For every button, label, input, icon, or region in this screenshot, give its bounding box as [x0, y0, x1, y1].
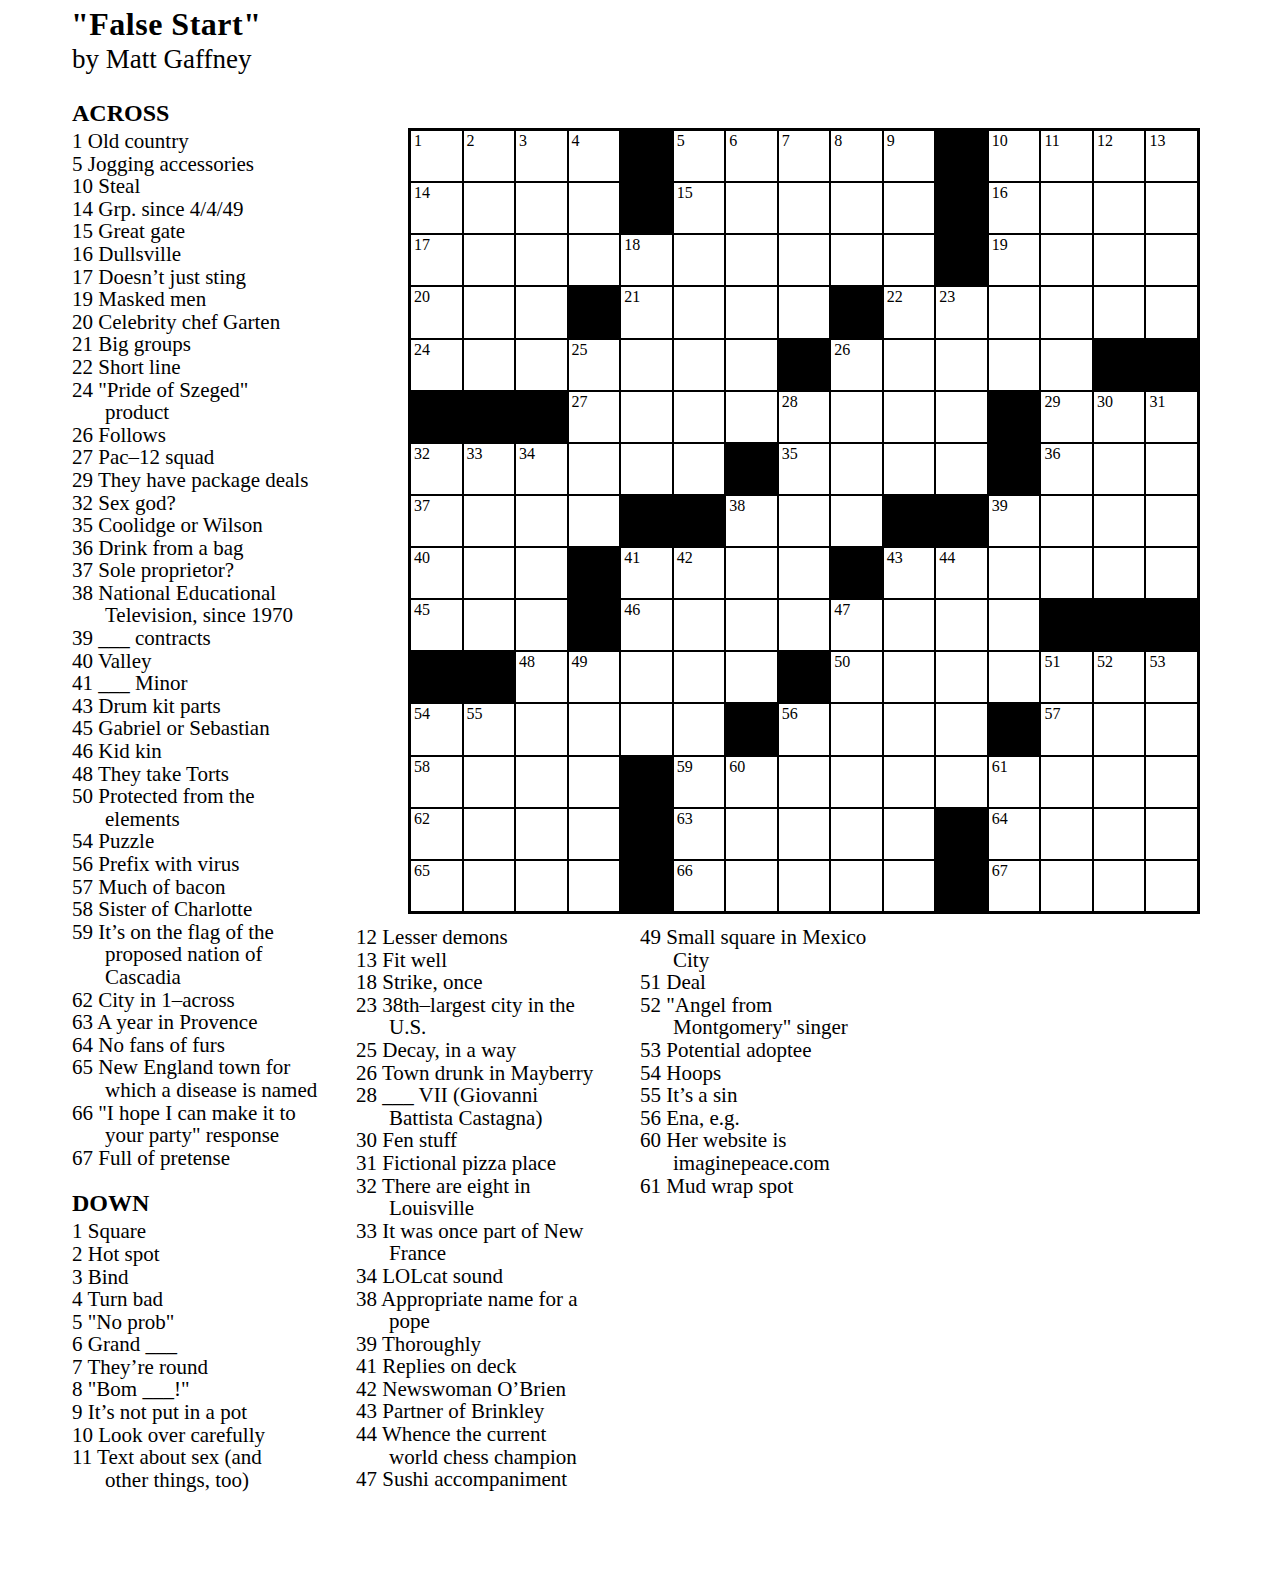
white-cell[interactable] — [884, 861, 935, 911]
white-cell[interactable] — [726, 287, 777, 337]
clue-text: Sister of Charlotte — [98, 897, 252, 921]
white-cell[interactable] — [884, 757, 935, 807]
white-cell[interactable]: 43 — [884, 548, 935, 598]
white-cell[interactable]: 29 — [1041, 392, 1092, 442]
black-cell — [569, 548, 620, 598]
white-cell[interactable]: 20 — [411, 287, 462, 337]
clue-number: 44 — [356, 1422, 377, 1446]
white-cell[interactable] — [936, 757, 987, 807]
white-cell[interactable] — [1146, 496, 1197, 546]
clue-number: 66 — [72, 1101, 93, 1125]
white-cell[interactable] — [674, 287, 725, 337]
clue-text: "Bom ___!" — [88, 1377, 190, 1401]
clue-number: 46 — [72, 739, 93, 763]
white-cell[interactable] — [936, 652, 987, 702]
white-cell[interactable] — [831, 392, 882, 442]
clue-text: Appropriate name for a pope — [381, 1287, 578, 1334]
white-cell[interactable]: 33 — [464, 444, 515, 494]
white-cell[interactable] — [884, 444, 935, 494]
white-cell[interactable]: 3 — [516, 131, 567, 181]
white-cell[interactable] — [831, 757, 882, 807]
white-cell[interactable] — [726, 340, 777, 390]
white-cell[interactable]: 14 — [411, 183, 462, 233]
white-cell[interactable]: 12 — [1094, 131, 1145, 181]
white-cell[interactable]: 44 — [936, 548, 987, 598]
white-cell[interactable] — [1041, 183, 1092, 233]
cell-number: 15 — [677, 183, 693, 202]
clue-item: 56 Ena, e.g. — [640, 1107, 930, 1130]
clue-item: 43 Partner of Brinkley — [356, 1400, 631, 1423]
clue-item: 60 Her website is imaginepeace.com — [640, 1129, 930, 1174]
black-cell — [989, 444, 1040, 494]
white-cell[interactable] — [779, 235, 830, 285]
white-cell[interactable] — [1146, 757, 1197, 807]
white-cell[interactable]: 11 — [1041, 131, 1092, 181]
white-cell[interactable]: 17 — [411, 235, 462, 285]
white-cell[interactable] — [1094, 809, 1145, 859]
white-cell[interactable] — [1041, 340, 1092, 390]
white-cell[interactable] — [1041, 287, 1092, 337]
white-cell[interactable] — [621, 340, 672, 390]
white-cell[interactable] — [831, 496, 882, 546]
clue-number: 16 — [72, 242, 93, 266]
white-cell[interactable] — [1146, 444, 1197, 494]
white-cell[interactable] — [621, 652, 672, 702]
white-cell[interactable] — [989, 652, 1040, 702]
white-cell[interactable] — [726, 809, 777, 859]
cell-number: 39 — [992, 496, 1008, 515]
clue-item: 26 Town drunk in Mayberry — [356, 1062, 631, 1085]
cell-number: 36 — [1044, 444, 1060, 463]
black-cell — [936, 183, 987, 233]
white-cell[interactable]: 52 — [1094, 652, 1145, 702]
white-cell[interactable]: 22 — [884, 287, 935, 337]
white-cell[interactable]: 31 — [1146, 392, 1197, 442]
white-cell[interactable] — [884, 340, 935, 390]
black-cell — [464, 652, 515, 702]
white-cell[interactable]: 16 — [989, 183, 1040, 233]
white-cell[interactable]: 25 — [569, 340, 620, 390]
white-cell[interactable]: 47 — [831, 600, 882, 650]
white-cell[interactable] — [516, 704, 567, 754]
white-cell[interactable]: 61 — [989, 757, 1040, 807]
white-cell[interactable] — [516, 809, 567, 859]
black-cell — [569, 287, 620, 337]
clue-text: Full of pretense — [98, 1146, 230, 1170]
white-cell[interactable]: 35 — [779, 444, 830, 494]
cell-number: 34 — [519, 444, 535, 463]
white-cell[interactable]: 63 — [674, 809, 725, 859]
black-cell — [411, 652, 462, 702]
white-cell[interactable]: 32 — [411, 444, 462, 494]
white-cell[interactable]: 59 — [674, 757, 725, 807]
white-cell[interactable] — [569, 183, 620, 233]
white-cell[interactable]: 9 — [884, 131, 935, 181]
black-cell — [464, 392, 515, 442]
clue-text: Kid kin — [98, 739, 162, 763]
white-cell[interactable] — [569, 861, 620, 911]
white-cell[interactable] — [1094, 287, 1145, 337]
white-cell[interactable]: 37 — [411, 496, 462, 546]
white-cell[interactable] — [1146, 235, 1197, 285]
clue-text: Doesn’t just sting — [98, 265, 246, 289]
clue-text: Bind — [88, 1265, 129, 1289]
white-cell[interactable]: 34 — [516, 444, 567, 494]
white-cell[interactable] — [831, 809, 882, 859]
clue-item: 22 Short line — [72, 356, 352, 379]
black-cell — [621, 757, 672, 807]
white-cell[interactable]: 55 — [464, 704, 515, 754]
white-cell[interactable] — [621, 704, 672, 754]
clue-item: 35 Coolidge or Wilson — [72, 514, 352, 537]
clue-text: Thoroughly — [382, 1332, 481, 1356]
white-cell[interactable] — [831, 183, 882, 233]
clue-item: 8 "Bom ___!" — [72, 1378, 352, 1401]
clue-item: 40 Valley — [72, 650, 352, 673]
cell-number: 61 — [992, 757, 1008, 776]
clue-number: 53 — [640, 1038, 661, 1062]
cell-number: 50 — [834, 652, 850, 671]
clue-item: 9 It’s not put in a pot — [72, 1401, 352, 1424]
white-cell[interactable] — [831, 861, 882, 911]
white-cell[interactable]: 7 — [779, 131, 830, 181]
white-cell[interactable] — [516, 340, 567, 390]
white-cell[interactable] — [569, 704, 620, 754]
clue-text: Valley — [98, 649, 152, 673]
white-cell[interactable] — [779, 287, 830, 337]
white-cell[interactable] — [674, 600, 725, 650]
white-cell[interactable]: 39 — [989, 496, 1040, 546]
white-cell[interactable] — [1094, 757, 1145, 807]
white-cell[interactable]: 53 — [1146, 652, 1197, 702]
white-cell[interactable]: 28 — [779, 392, 830, 442]
clue-text: Text about sex (and other things, too) — [97, 1445, 262, 1492]
clue-text: Old country — [88, 129, 189, 153]
cell-number: 20 — [414, 287, 430, 306]
clue-number: 18 — [356, 970, 377, 994]
across-clues-list: 1 Old country5 Jogging accessories10 Ste… — [72, 130, 352, 1169]
white-cell[interactable] — [674, 340, 725, 390]
clue-number: 4 — [72, 1287, 83, 1311]
clues-column-right: 49 Small square in Mexico City51 Deal52 … — [640, 926, 930, 1197]
white-cell[interactable] — [989, 548, 1040, 598]
clue-number: 23 — [356, 993, 377, 1017]
white-cell[interactable] — [516, 548, 567, 598]
white-cell[interactable]: 36 — [1041, 444, 1092, 494]
cell-number: 4 — [572, 131, 580, 150]
black-cell — [989, 392, 1040, 442]
clue-number: 20 — [72, 310, 93, 334]
white-cell[interactable] — [1146, 809, 1197, 859]
white-cell[interactable] — [516, 287, 567, 337]
white-cell[interactable]: 4 — [569, 131, 620, 181]
clue-item: 11 Text about sex (and other things, too… — [72, 1446, 352, 1491]
white-cell[interactable] — [464, 183, 515, 233]
clue-number: 61 — [640, 1174, 661, 1198]
clue-item: 37 Sole proprietor? — [72, 559, 352, 582]
clue-text: Small square in Mexico City — [666, 925, 866, 972]
white-cell[interactable] — [516, 235, 567, 285]
white-cell[interactable] — [989, 600, 1040, 650]
white-cell[interactable] — [464, 496, 515, 546]
white-cell[interactable] — [726, 861, 777, 911]
white-cell[interactable] — [884, 183, 935, 233]
white-cell[interactable]: 57 — [1041, 704, 1092, 754]
white-cell[interactable] — [831, 235, 882, 285]
clue-text: Potential adoptee — [666, 1038, 811, 1062]
cell-number: 16 — [992, 183, 1008, 202]
clue-text: Hoops — [666, 1061, 721, 1085]
black-cell — [621, 809, 672, 859]
white-cell[interactable]: 10 — [989, 131, 1040, 181]
white-cell[interactable] — [1041, 548, 1092, 598]
white-cell[interactable] — [674, 652, 725, 702]
across-header: ACROSS — [72, 100, 352, 127]
clue-number: 28 — [356, 1083, 377, 1107]
white-cell[interactable] — [779, 861, 830, 911]
white-cell[interactable] — [726, 600, 777, 650]
white-cell[interactable] — [1094, 183, 1145, 233]
white-cell[interactable]: 58 — [411, 757, 462, 807]
white-cell[interactable]: 65 — [411, 861, 462, 911]
clue-item: 67 Full of pretense — [72, 1147, 352, 1170]
white-cell[interactable] — [726, 235, 777, 285]
white-cell[interactable] — [516, 861, 567, 911]
clue-item: 20 Celebrity chef Garten — [72, 311, 352, 334]
cell-number: 31 — [1149, 392, 1165, 411]
clue-text: They have package deals — [98, 468, 308, 492]
clue-number: 10 — [72, 174, 93, 198]
white-cell[interactable]: 18 — [621, 235, 672, 285]
white-cell[interactable]: 64 — [989, 809, 1040, 859]
clue-item: 10 Look over carefully — [72, 1424, 352, 1447]
white-cell[interactable]: 27 — [569, 392, 620, 442]
white-cell[interactable] — [464, 757, 515, 807]
white-cell[interactable] — [726, 548, 777, 598]
white-cell[interactable]: 45 — [411, 600, 462, 650]
clue-item: 25 Decay, in a way — [356, 1039, 631, 1062]
clue-item: 5 "No prob" — [72, 1311, 352, 1334]
white-cell[interactable] — [884, 652, 935, 702]
white-cell[interactable] — [779, 757, 830, 807]
white-cell[interactable]: 46 — [621, 600, 672, 650]
white-cell[interactable]: 19 — [989, 235, 1040, 285]
white-cell[interactable]: 62 — [411, 809, 462, 859]
white-cell[interactable] — [1041, 757, 1092, 807]
white-cell[interactable] — [936, 340, 987, 390]
white-cell[interactable]: 50 — [831, 652, 882, 702]
cell-number: 12 — [1097, 131, 1113, 150]
white-cell[interactable]: 8 — [831, 131, 882, 181]
clue-text: A year in Provence — [97, 1010, 257, 1034]
white-cell[interactable]: 15 — [674, 183, 725, 233]
clues-column-middle: 12 Lesser demons13 Fit well18 Strike, on… — [356, 926, 631, 1491]
white-cell[interactable] — [1146, 704, 1197, 754]
black-cell — [936, 235, 987, 285]
clue-number: 5 — [72, 1310, 83, 1334]
clue-item: 31 Fictional pizza place — [356, 1152, 631, 1175]
white-cell[interactable] — [884, 704, 935, 754]
white-cell[interactable] — [1094, 704, 1145, 754]
white-cell[interactable]: 24 — [411, 340, 462, 390]
white-cell[interactable] — [831, 704, 882, 754]
white-cell[interactable]: 56 — [779, 704, 830, 754]
white-cell[interactable] — [936, 600, 987, 650]
cell-number: 46 — [624, 600, 640, 619]
clue-item: 47 Sushi accompaniment — [356, 1468, 631, 1491]
white-cell[interactable] — [674, 444, 725, 494]
white-cell[interactable] — [464, 340, 515, 390]
white-cell[interactable] — [884, 600, 935, 650]
clue-item: 21 Big groups — [72, 333, 352, 356]
clue-item: 3 Bind — [72, 1266, 352, 1289]
clue-number: 63 — [72, 1010, 93, 1034]
clue-number: 50 — [72, 784, 93, 808]
white-cell[interactable] — [779, 496, 830, 546]
clue-item: 55 It’s a sin — [640, 1084, 930, 1107]
white-cell[interactable] — [884, 392, 935, 442]
white-cell[interactable] — [464, 548, 515, 598]
white-cell[interactable] — [1094, 548, 1145, 598]
clue-number: 60 — [640, 1128, 661, 1152]
black-cell — [621, 183, 672, 233]
white-cell[interactable] — [1094, 444, 1145, 494]
white-cell[interactable] — [674, 704, 725, 754]
clue-text: "No prob" — [88, 1310, 175, 1334]
white-cell[interactable] — [726, 392, 777, 442]
white-cell[interactable]: 21 — [621, 287, 672, 337]
white-cell[interactable] — [1094, 235, 1145, 285]
clue-text: There are eight in Louisville — [382, 1174, 531, 1221]
white-cell[interactable] — [516, 600, 567, 650]
white-cell[interactable] — [779, 600, 830, 650]
clue-text: No fans of furs — [98, 1033, 225, 1057]
clues-column-left: ACROSS 1 Old country5 Jogging accessorie… — [72, 100, 352, 1491]
white-cell[interactable] — [674, 392, 725, 442]
white-cell[interactable]: 5 — [674, 131, 725, 181]
cell-number: 57 — [1044, 704, 1060, 723]
white-cell[interactable] — [726, 652, 777, 702]
white-cell[interactable] — [989, 340, 1040, 390]
clue-text: Pac–12 squad — [98, 445, 214, 469]
cell-number: 9 — [887, 131, 895, 150]
cell-number: 22 — [887, 287, 903, 306]
white-cell[interactable]: 48 — [516, 652, 567, 702]
white-cell[interactable]: 54 — [411, 704, 462, 754]
clue-text: Masked men — [98, 287, 206, 311]
clue-text: ___ Minor — [98, 671, 187, 695]
white-cell[interactable] — [569, 496, 620, 546]
cell-number: 37 — [414, 496, 430, 515]
cell-number: 28 — [782, 392, 798, 411]
white-cell[interactable]: 51 — [1041, 652, 1092, 702]
cell-number: 40 — [414, 548, 430, 567]
white-cell[interactable]: 41 — [621, 548, 672, 598]
black-cell — [1094, 600, 1145, 650]
clue-text: Ena, e.g. — [666, 1106, 739, 1130]
white-cell[interactable] — [936, 444, 987, 494]
white-cell[interactable] — [464, 861, 515, 911]
white-cell[interactable] — [1041, 809, 1092, 859]
white-cell[interactable]: 1 — [411, 131, 462, 181]
white-cell[interactable] — [726, 183, 777, 233]
white-cell[interactable]: 49 — [569, 652, 620, 702]
white-cell[interactable]: 60 — [726, 757, 777, 807]
white-cell[interactable] — [1146, 183, 1197, 233]
white-cell[interactable] — [1041, 861, 1092, 911]
clue-item: 5 Jogging accessories — [72, 153, 352, 176]
white-cell[interactable] — [464, 600, 515, 650]
white-cell[interactable] — [936, 392, 987, 442]
clue-number: 25 — [356, 1038, 377, 1062]
white-cell[interactable] — [464, 287, 515, 337]
white-cell[interactable] — [1094, 496, 1145, 546]
cell-number: 59 — [677, 757, 693, 776]
white-cell[interactable]: 23 — [936, 287, 987, 337]
white-cell[interactable] — [1146, 287, 1197, 337]
white-cell[interactable]: 26 — [831, 340, 882, 390]
cell-number: 55 — [467, 704, 483, 723]
clue-text: "I hope I can make it to your party" res… — [98, 1101, 296, 1148]
white-cell[interactable] — [936, 704, 987, 754]
clue-number: 17 — [72, 265, 93, 289]
clue-number: 41 — [72, 671, 93, 695]
white-cell[interactable] — [569, 444, 620, 494]
white-cell[interactable] — [516, 183, 567, 233]
white-cell[interactable] — [884, 235, 935, 285]
white-cell[interactable] — [779, 548, 830, 598]
white-cell[interactable] — [1146, 548, 1197, 598]
white-cell[interactable] — [516, 757, 567, 807]
white-cell[interactable] — [1146, 861, 1197, 911]
white-cell[interactable]: 6 — [726, 131, 777, 181]
white-cell[interactable] — [1041, 235, 1092, 285]
cell-number: 29 — [1044, 392, 1060, 411]
white-cell[interactable]: 30 — [1094, 392, 1145, 442]
white-cell[interactable]: 40 — [411, 548, 462, 598]
white-cell[interactable]: 38 — [726, 496, 777, 546]
clue-item: 14 Grp. since 4/4/49 — [72, 198, 352, 221]
white-cell[interactable] — [569, 757, 620, 807]
white-cell[interactable] — [1094, 861, 1145, 911]
clue-text: Whence the current world chess champion — [382, 1422, 577, 1469]
white-cell[interactable]: 2 — [464, 131, 515, 181]
white-cell[interactable] — [569, 809, 620, 859]
clue-text: Short line — [98, 355, 180, 379]
white-cell[interactable] — [674, 235, 725, 285]
white-cell[interactable] — [989, 287, 1040, 337]
white-cell[interactable] — [779, 809, 830, 859]
white-cell[interactable] — [621, 392, 672, 442]
white-cell[interactable] — [1041, 496, 1092, 546]
white-cell[interactable] — [464, 809, 515, 859]
white-cell[interactable] — [569, 235, 620, 285]
white-cell[interactable] — [831, 444, 882, 494]
white-cell[interactable] — [884, 809, 935, 859]
white-cell[interactable]: 42 — [674, 548, 725, 598]
white-cell[interactable]: 13 — [1146, 131, 1197, 181]
white-cell[interactable] — [621, 444, 672, 494]
clue-number: 54 — [640, 1061, 661, 1085]
clue-item: 6 Grand ___ — [72, 1333, 352, 1356]
white-cell[interactable]: 67 — [989, 861, 1040, 911]
clue-number: 34 — [356, 1264, 377, 1288]
white-cell[interactable] — [516, 496, 567, 546]
white-cell[interactable]: 66 — [674, 861, 725, 911]
white-cell[interactable] — [464, 235, 515, 285]
white-cell[interactable] — [779, 183, 830, 233]
clue-text: Square — [88, 1219, 146, 1243]
